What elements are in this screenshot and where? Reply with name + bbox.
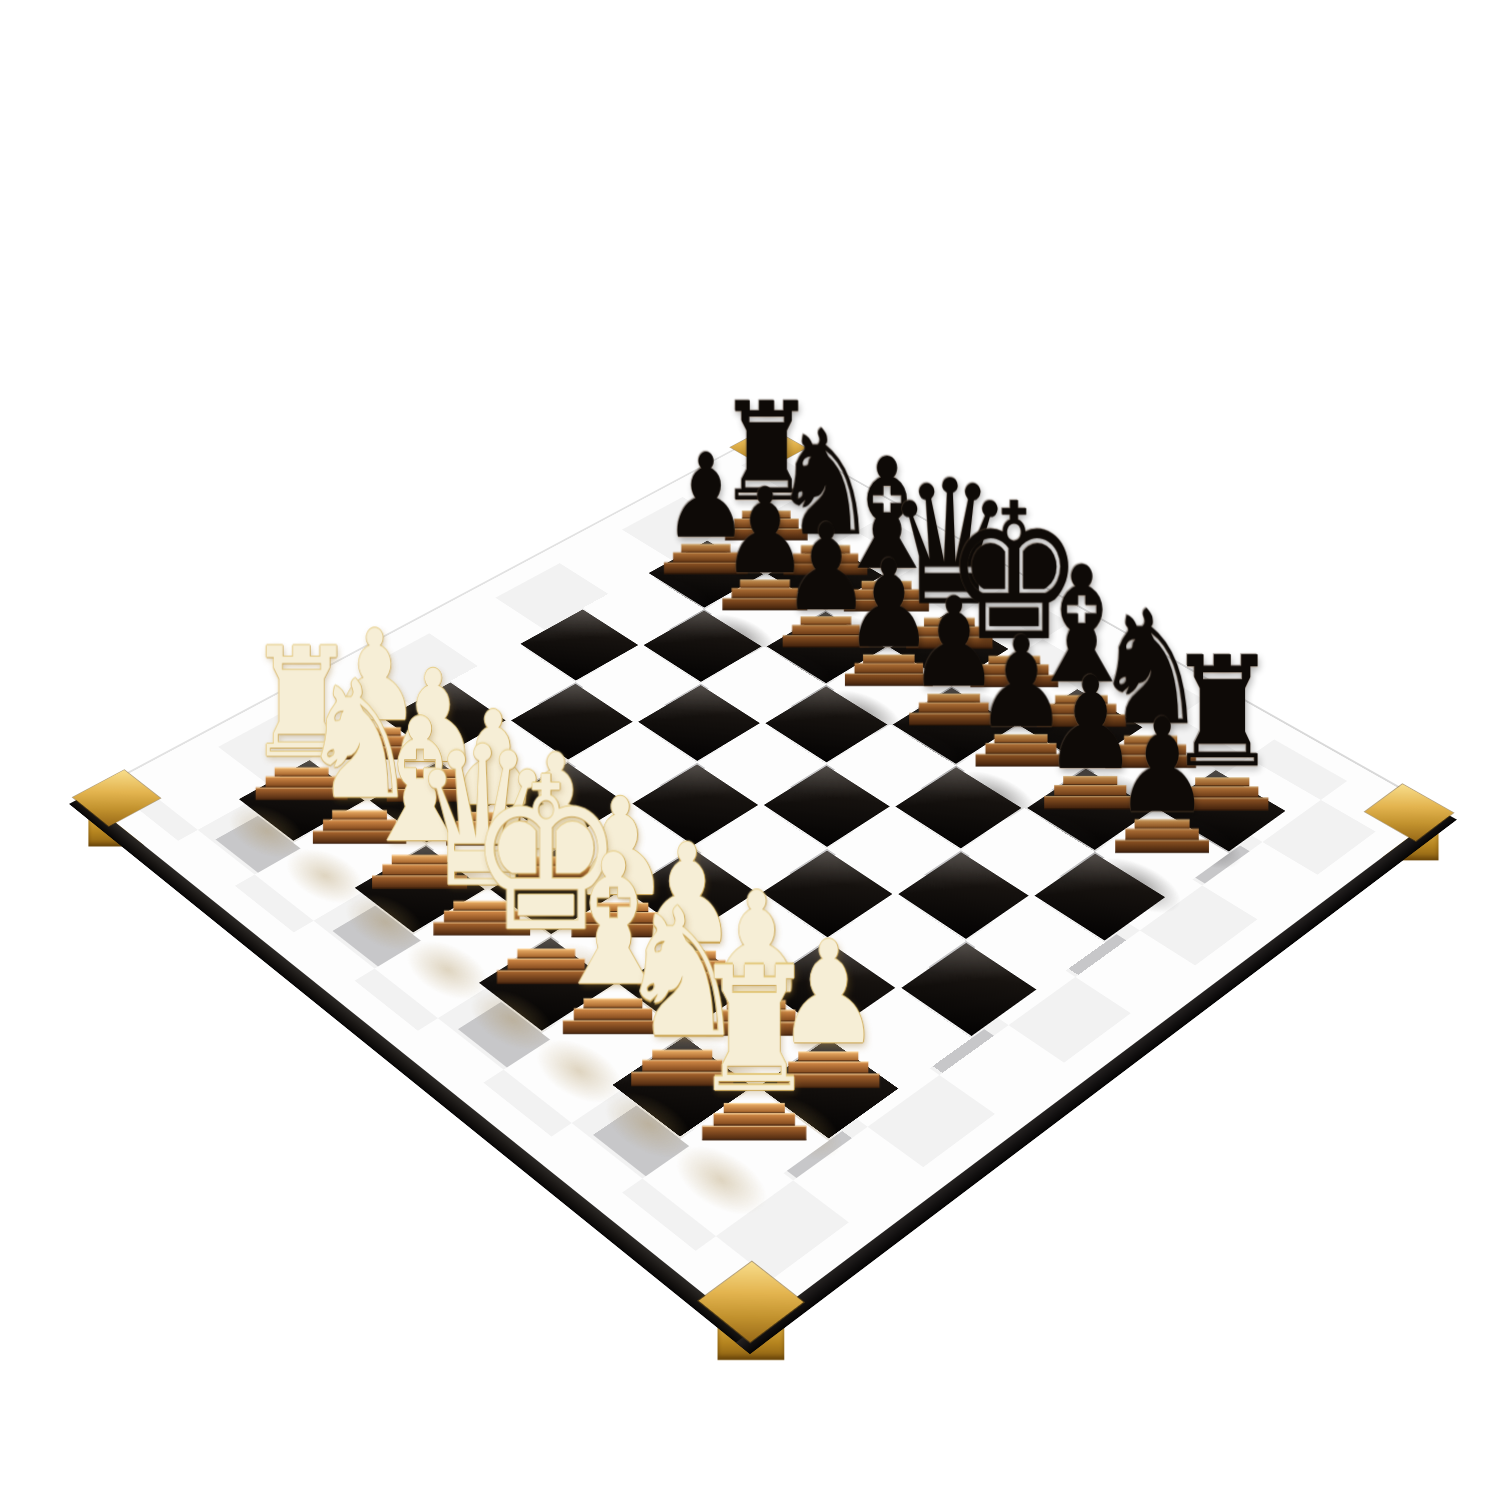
square-h1: ♜ — [680, 1087, 829, 1195]
board-3d-tilt: ♜♞♝♛♚♝♞♜♟♟♟♟♟♟♟♟♟♟♟♟♟♟♟♟♜♞♝♛♚♝♞♜ — [84, 432, 1442, 1331]
black-pawn: ♟ — [1050, 708, 1274, 853]
white-rook: ♜ — [630, 957, 879, 1140]
rook-glyph: ♜ — [691, 944, 817, 1116]
pedestal-step — [1135, 819, 1190, 828]
copper-pedestal — [1115, 819, 1209, 853]
copper-pedestal — [702, 1102, 806, 1139]
pedestal-step — [724, 1102, 785, 1112]
pedestal-step — [702, 1125, 806, 1140]
board-plate: ♜♞♝♛♚♝♞♜♟♟♟♟♟♟♟♟♟♟♟♟♟♟♟♟♜♞♝♛♚♝♞♜ — [84, 432, 1442, 1331]
pedestal-step — [1115, 839, 1209, 852]
chess-board: ♜♞♝♛♚♝♞♜♟♟♟♟♟♟♟♟♟♟♟♟♟♟♟♟♜♞♝♛♚♝♞♜ — [236, 506, 1288, 1195]
scene: ♜♞♝♛♚♝♞♜♟♟♟♟♟♟♟♟♟♟♟♟♟♟♟♟♜♞♝♛♚♝♞♜ — [0, 0, 1486, 1486]
pedestal-step — [714, 1113, 795, 1125]
pawn-glyph: ♟ — [1114, 701, 1210, 831]
pedestal-step — [1125, 828, 1198, 839]
